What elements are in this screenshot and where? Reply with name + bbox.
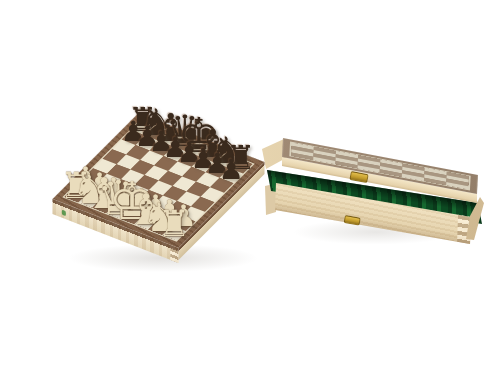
piece-white-rook: ♜ [158, 206, 190, 242]
piece-black-pawn: ♟ [219, 156, 244, 184]
brass-clasp [349, 171, 368, 183]
product-photo-scene: ♜♞♝♛♚♝♞♜♟♟♟♟♟♟♟♟♟♟♟♟♟♟♟♟♜♞♝♛♚♝♞♜ [0, 0, 500, 388]
green-sticker [62, 210, 66, 217]
